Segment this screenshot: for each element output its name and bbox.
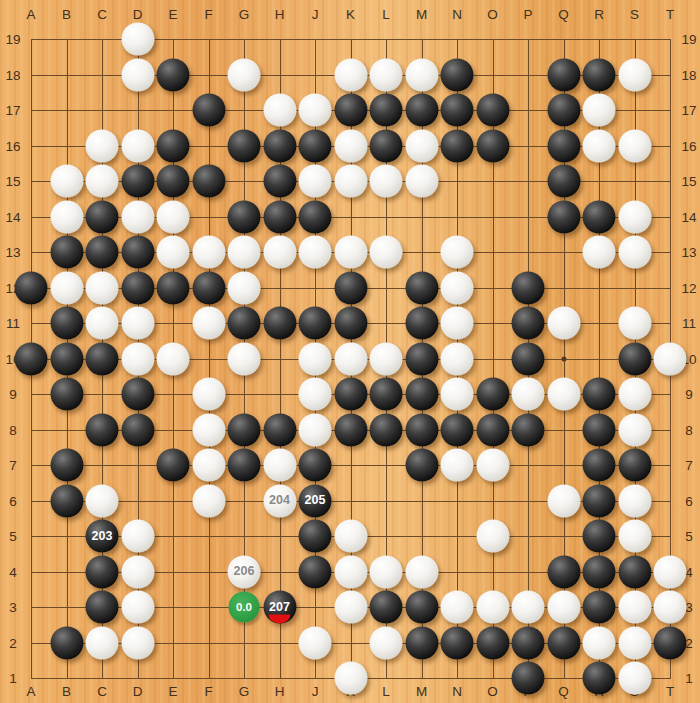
coord-label-column: F	[204, 7, 212, 22]
stone-K12	[334, 271, 367, 304]
stone-P11	[512, 307, 545, 340]
coord-label-column: D	[133, 7, 143, 22]
stone-Q16	[547, 129, 580, 162]
stone-E12	[157, 271, 190, 304]
stone-L2	[370, 626, 403, 659]
stone-O5	[476, 520, 509, 553]
stone-T3	[654, 591, 687, 624]
stone-D4	[121, 555, 154, 588]
stone-J5	[299, 520, 332, 553]
stone-D16	[121, 129, 154, 162]
stone-N8	[441, 413, 474, 446]
stone-H3: 207	[263, 591, 296, 624]
stone-Q9	[547, 378, 580, 411]
stone-K5	[334, 520, 367, 553]
coord-label-column: K	[346, 7, 355, 22]
coord-label-column: J	[312, 7, 319, 22]
stone-H15	[263, 165, 296, 198]
stone-P1	[512, 662, 545, 695]
stone-F12	[192, 271, 225, 304]
coord-label-column: L	[382, 7, 390, 22]
stone-C10	[86, 342, 119, 375]
coord-label-row: 13	[681, 245, 696, 260]
stone-S7	[618, 449, 651, 482]
stone-N7	[441, 449, 474, 482]
star-point	[561, 356, 566, 361]
coord-label-row: 14	[681, 209, 696, 224]
stone-S6	[618, 484, 651, 517]
stone-T10	[654, 342, 687, 375]
stone-M2	[405, 626, 438, 659]
stone-R4	[583, 555, 616, 588]
analysis-suggestion-marker[interactable]: 0.0	[229, 592, 260, 623]
stone-K4	[334, 555, 367, 588]
stone-M10	[405, 342, 438, 375]
stone-N10	[441, 342, 474, 375]
stone-C3	[86, 591, 119, 624]
stone-Q18	[547, 58, 580, 91]
stone-O2	[476, 626, 509, 659]
stone-N17	[441, 94, 474, 127]
stone-D14	[121, 200, 154, 233]
stone-R18	[583, 58, 616, 91]
coord-label-column: R	[594, 7, 604, 22]
coord-label-column: H	[275, 684, 285, 699]
coord-label-column: D	[133, 684, 143, 699]
stone-B10	[50, 342, 83, 375]
stone-M8	[405, 413, 438, 446]
stone-K10	[334, 342, 367, 375]
stone-D2	[121, 626, 154, 659]
stone-R6	[583, 484, 616, 517]
stone-J17	[299, 94, 332, 127]
last-move-red-mark	[269, 615, 291, 624]
stone-R16	[583, 129, 616, 162]
stone-J15	[299, 165, 332, 198]
coord-label-column: L	[382, 684, 390, 699]
stone-J10	[299, 342, 332, 375]
stone-H11	[263, 307, 296, 340]
stone-P3	[512, 591, 545, 624]
stone-K9	[334, 378, 367, 411]
move-number-label: 204	[263, 493, 296, 507]
stone-C11	[86, 307, 119, 340]
stone-F11	[192, 307, 225, 340]
coord-label-row: 2	[9, 635, 17, 650]
coord-label-row: 9	[685, 387, 693, 402]
coord-label-row: 4	[9, 564, 17, 579]
stone-T4	[654, 555, 687, 588]
coord-label-row: 19	[5, 32, 20, 47]
stone-Q11	[547, 307, 580, 340]
stone-S8	[618, 413, 651, 446]
stone-L13	[370, 236, 403, 269]
stone-D12	[121, 271, 154, 304]
coord-label-column: Q	[558, 7, 569, 22]
stone-K8	[334, 413, 367, 446]
stone-K13	[334, 236, 367, 269]
coord-label-column: F	[204, 684, 212, 699]
stone-D13	[121, 236, 154, 269]
coord-label-row: 11	[6, 316, 20, 331]
coord-label-row: 11	[682, 316, 696, 331]
stone-E10	[157, 342, 190, 375]
coord-label-row: 7	[685, 458, 693, 473]
stone-E14	[157, 200, 190, 233]
stone-M11	[405, 307, 438, 340]
coord-label-row: 15	[5, 174, 20, 189]
stone-C4	[86, 555, 119, 588]
stone-Q3	[547, 591, 580, 624]
stone-C12	[86, 271, 119, 304]
stone-J4	[299, 555, 332, 588]
move-number-label: 206	[228, 564, 261, 578]
stone-N11	[441, 307, 474, 340]
stone-D19	[121, 23, 154, 56]
stone-C2	[86, 626, 119, 659]
board-grid-line-horizontal	[31, 465, 671, 466]
stone-R2	[583, 626, 616, 659]
stone-J9	[299, 378, 332, 411]
stone-K16	[334, 129, 367, 162]
stone-F17	[192, 94, 225, 127]
stone-S11	[618, 307, 651, 340]
stone-L8	[370, 413, 403, 446]
stone-Q17	[547, 94, 580, 127]
coord-label-column: A	[26, 7, 35, 22]
stone-Q2	[547, 626, 580, 659]
coord-label-row: 13	[5, 245, 20, 260]
stone-J2	[299, 626, 332, 659]
stone-S3	[618, 591, 651, 624]
stone-N18	[441, 58, 474, 91]
stone-L15	[370, 165, 403, 198]
stone-R17	[583, 94, 616, 127]
coord-label-row: 1	[685, 671, 693, 686]
stone-S4	[618, 555, 651, 588]
coord-label-column: B	[62, 684, 71, 699]
stone-D5	[121, 520, 154, 553]
stone-C8	[86, 413, 119, 446]
stone-G14	[228, 200, 261, 233]
coord-label-row: 17	[681, 103, 696, 118]
coord-label-column: M	[416, 684, 427, 699]
stone-E7	[157, 449, 190, 482]
stone-M18	[405, 58, 438, 91]
stone-H8	[263, 413, 296, 446]
coord-label-row: 16	[681, 138, 696, 153]
stone-M12	[405, 271, 438, 304]
coord-label-row: 5	[685, 529, 693, 544]
stone-K11	[334, 307, 367, 340]
coord-label-column: G	[239, 684, 250, 699]
stone-P9	[512, 378, 545, 411]
coord-label-column: O	[487, 684, 498, 699]
stone-N16	[441, 129, 474, 162]
stone-B13	[50, 236, 83, 269]
stone-N12	[441, 271, 474, 304]
stone-F8	[192, 413, 225, 446]
stone-R3	[583, 591, 616, 624]
stone-M3	[405, 591, 438, 624]
coord-label-row: 18	[5, 67, 20, 82]
coord-label-row: 14	[5, 209, 20, 224]
stone-H7	[263, 449, 296, 482]
stone-K18	[334, 58, 367, 91]
stone-G8	[228, 413, 261, 446]
stone-K15	[334, 165, 367, 198]
stone-O17	[476, 94, 509, 127]
stone-H17	[263, 94, 296, 127]
stone-N3	[441, 591, 474, 624]
stone-R1	[583, 662, 616, 695]
stone-G7	[228, 449, 261, 482]
stone-F7	[192, 449, 225, 482]
stone-L3	[370, 591, 403, 624]
stone-Q6	[547, 484, 580, 517]
stone-E15	[157, 165, 190, 198]
stone-R7	[583, 449, 616, 482]
coord-label-row: 16	[5, 138, 20, 153]
stone-S10	[618, 342, 651, 375]
coord-label-row: 15	[681, 174, 696, 189]
stone-B9	[50, 378, 83, 411]
stone-K17	[334, 94, 367, 127]
stone-S13	[618, 236, 651, 269]
stone-F15	[192, 165, 225, 198]
coord-label-column: P	[523, 7, 532, 22]
stone-L18	[370, 58, 403, 91]
stone-R14	[583, 200, 616, 233]
stone-K1	[334, 662, 367, 695]
stone-L10	[370, 342, 403, 375]
move-number-label: 203	[86, 529, 119, 543]
stone-F6	[192, 484, 225, 517]
stone-S18	[618, 58, 651, 91]
coord-label-column: N	[452, 684, 462, 699]
stone-S9	[618, 378, 651, 411]
coord-label-column: A	[26, 684, 35, 699]
stone-M7	[405, 449, 438, 482]
stone-D10	[121, 342, 154, 375]
stone-L17	[370, 94, 403, 127]
suggestion-score-label: 0.0	[229, 601, 260, 613]
stone-Q4	[547, 555, 580, 588]
stone-A12	[15, 271, 48, 304]
stone-S1	[618, 662, 651, 695]
coord-label-column: E	[168, 684, 177, 699]
stone-E13	[157, 236, 190, 269]
coord-label-row: 18	[681, 67, 696, 82]
stone-Q15	[547, 165, 580, 198]
coord-label-row: 8	[685, 422, 693, 437]
stone-C14	[86, 200, 119, 233]
coord-label-row: 6	[685, 493, 693, 508]
coord-label-row: 12	[681, 280, 696, 295]
stone-H13	[263, 236, 296, 269]
coord-label-column: C	[97, 7, 107, 22]
stone-R5	[583, 520, 616, 553]
stone-D3	[121, 591, 154, 624]
stone-B15	[50, 165, 83, 198]
stone-P12	[512, 271, 545, 304]
stone-P10	[512, 342, 545, 375]
stone-G10	[228, 342, 261, 375]
stone-Q14	[547, 200, 580, 233]
stone-J13	[299, 236, 332, 269]
stone-J8	[299, 413, 332, 446]
stone-B11	[50, 307, 83, 340]
stone-H6: 204	[263, 484, 296, 517]
stone-G4: 206	[228, 555, 261, 588]
coord-label-row: 3	[9, 600, 17, 615]
stone-C13	[86, 236, 119, 269]
stone-L4	[370, 555, 403, 588]
coord-label-row: 5	[9, 529, 17, 544]
stone-P2	[512, 626, 545, 659]
coord-label-row: 1	[9, 671, 17, 686]
stone-M4	[405, 555, 438, 588]
stone-H14	[263, 200, 296, 233]
stone-E18	[157, 58, 190, 91]
stone-E16	[157, 129, 190, 162]
stone-G12	[228, 271, 261, 304]
stone-C5: 203	[86, 520, 119, 553]
stone-D9	[121, 378, 154, 411]
stone-L9	[370, 378, 403, 411]
coord-label-row: 7	[9, 458, 17, 473]
coord-label-row: 9	[9, 387, 17, 402]
stone-D8	[121, 413, 154, 446]
stone-B2	[50, 626, 83, 659]
coord-label-column: M	[416, 7, 427, 22]
stone-G11	[228, 307, 261, 340]
stone-B7	[50, 449, 83, 482]
coord-label-row: 8	[9, 422, 17, 437]
stone-M9	[405, 378, 438, 411]
stone-D11	[121, 307, 154, 340]
coord-label-column: S	[630, 7, 639, 22]
coord-label-row: 19	[681, 32, 696, 47]
stone-M16	[405, 129, 438, 162]
coord-label-column: J	[312, 684, 319, 699]
coord-label-column: G	[239, 7, 250, 22]
stone-D18	[121, 58, 154, 91]
stone-C6	[86, 484, 119, 517]
stone-T2	[654, 626, 687, 659]
stone-S16	[618, 129, 651, 162]
stone-S2	[618, 626, 651, 659]
stone-J6: 205	[299, 484, 332, 517]
stone-J14	[299, 200, 332, 233]
coord-label-column: C	[97, 684, 107, 699]
stone-F9	[192, 378, 225, 411]
stone-L16	[370, 129, 403, 162]
stone-G13	[228, 236, 261, 269]
coord-label-column: E	[168, 7, 177, 22]
stone-C15	[86, 165, 119, 198]
stone-M15	[405, 165, 438, 198]
coord-label-column: T	[666, 7, 674, 22]
stone-N13	[441, 236, 474, 269]
move-number-label: 205	[299, 493, 332, 507]
go-board[interactable]: AABBCCDDEEFFGGHHJJKKLLMMNNOOPPQQRRSSTT19…	[0, 0, 700, 703]
move-number-label: 207	[263, 600, 296, 614]
stone-N9	[441, 378, 474, 411]
coord-label-column: B	[62, 7, 71, 22]
coord-label-column: O	[487, 7, 498, 22]
stone-B6	[50, 484, 83, 517]
stone-G16	[228, 129, 261, 162]
coord-label-row: 17	[5, 103, 20, 118]
stone-J16	[299, 129, 332, 162]
stone-G18	[228, 58, 261, 91]
coord-label-column: N	[452, 7, 462, 22]
stone-B14	[50, 200, 83, 233]
stone-H16	[263, 129, 296, 162]
stone-C16	[86, 129, 119, 162]
stone-S14	[618, 200, 651, 233]
stone-P8	[512, 413, 545, 446]
stone-R13	[583, 236, 616, 269]
stone-K3	[334, 591, 367, 624]
stone-O3	[476, 591, 509, 624]
stone-F13	[192, 236, 225, 269]
stone-J7	[299, 449, 332, 482]
coord-label-column: Q	[558, 684, 569, 699]
stone-O9	[476, 378, 509, 411]
stone-A10	[15, 342, 48, 375]
stone-N2	[441, 626, 474, 659]
stone-M17	[405, 94, 438, 127]
stone-O7	[476, 449, 509, 482]
stone-O16	[476, 129, 509, 162]
stone-J11	[299, 307, 332, 340]
stone-B12	[50, 271, 83, 304]
stone-O8	[476, 413, 509, 446]
coord-label-column: T	[666, 684, 674, 699]
stone-R8	[583, 413, 616, 446]
coord-label-row: 6	[9, 493, 17, 508]
coord-label-column: H	[275, 7, 285, 22]
stone-R9	[583, 378, 616, 411]
stone-D15	[121, 165, 154, 198]
stone-S5	[618, 520, 651, 553]
